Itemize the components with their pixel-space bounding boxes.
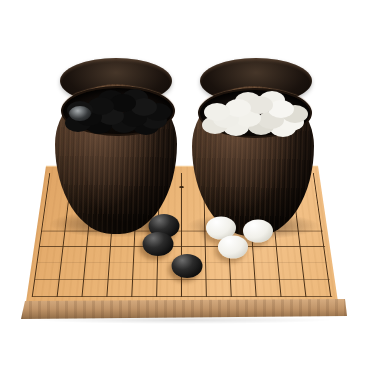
bowl-mouth [61, 86, 175, 136]
go-set-product-photo [0, 0, 365, 365]
star-point [179, 186, 183, 188]
board-drop-shadow [34, 316, 334, 324]
stone-bowl-white [192, 78, 316, 243]
bowl-mouth [198, 88, 312, 138]
shiny-black-stone [69, 106, 91, 121]
white-stones-heap [204, 103, 230, 121]
stone-bowl-black [55, 76, 179, 241]
